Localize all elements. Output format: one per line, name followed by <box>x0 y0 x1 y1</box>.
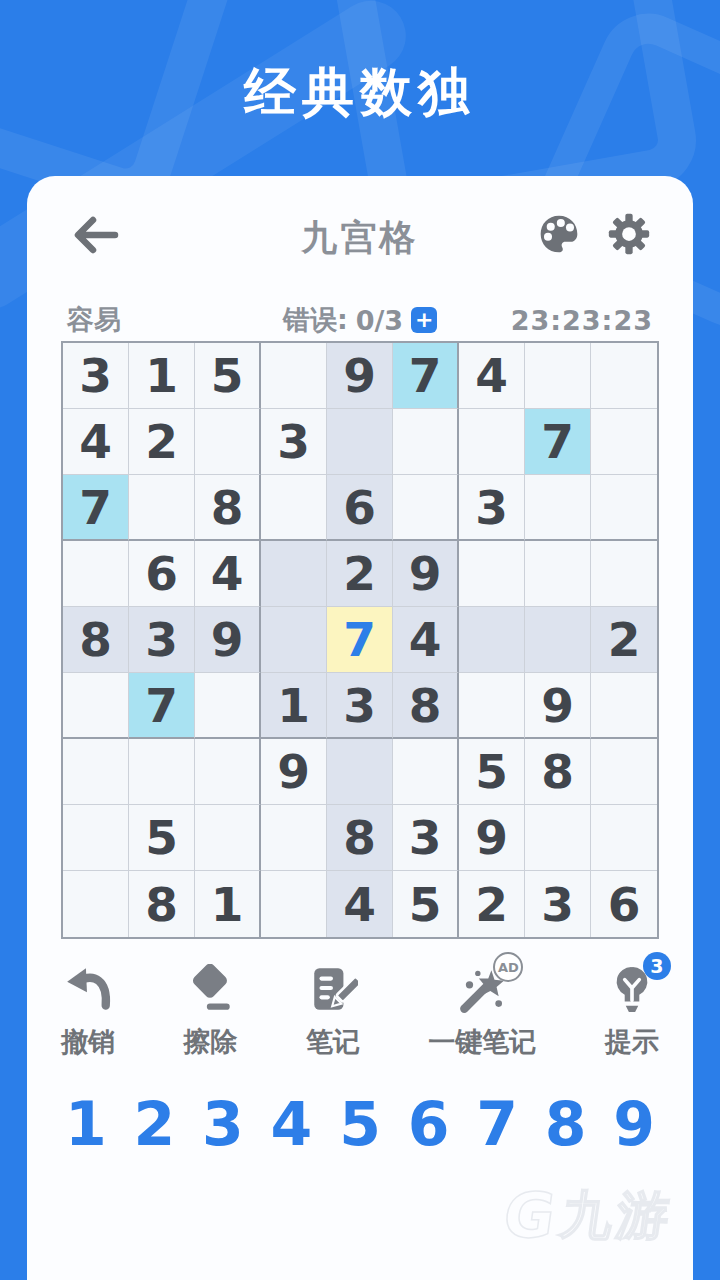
erase-button[interactable]: 擦除 <box>184 964 238 1060</box>
sudoku-cell-r6c9[interactable] <box>591 673 657 739</box>
sudoku-cell-r6c5[interactable]: 3 <box>327 673 393 739</box>
cell-digit: 4 <box>409 612 442 667</box>
cell-digit: 2 <box>343 546 376 601</box>
sudoku-cell-r8c7[interactable]: 9 <box>459 805 525 871</box>
cell-digit: 4 <box>79 414 112 469</box>
sudoku-cell-r1c7[interactable]: 4 <box>459 343 525 409</box>
number-pad: 123456789 <box>65 1094 655 1154</box>
settings-button[interactable] <box>607 212 651 256</box>
ad-badge: AD <box>493 952 523 982</box>
numpad-digit-6[interactable]: 6 <box>408 1094 450 1154</box>
sudoku-grid: 3159744237786364298397427138995858398145… <box>63 343 657 937</box>
sudoku-cell-r2c5[interactable] <box>327 409 393 475</box>
cell-digit: 3 <box>475 480 508 535</box>
game-header: 九宫格 <box>27 206 693 266</box>
hint-count-badge: 3 <box>643 952 671 980</box>
numpad-digit-3[interactable]: 3 <box>202 1094 244 1154</box>
cell-digit: 4 <box>211 546 244 601</box>
erase-label: 擦除 <box>184 1024 238 1060</box>
watermark-text: 九游 <box>556 1181 678 1251</box>
errors-status: 错误: 0/3 + <box>217 302 503 338</box>
cell-digit: 3 <box>541 877 574 932</box>
sudoku-cell-r5c1[interactable]: 8 <box>63 607 129 673</box>
sudoku-cell-r1c4[interactable] <box>261 343 327 409</box>
numpad-digit-9[interactable]: 9 <box>613 1094 655 1154</box>
sudoku-cell-r9c7[interactable]: 2 <box>459 871 525 937</box>
cell-digit: 3 <box>79 348 112 403</box>
sudoku-cell-r6c4[interactable]: 1 <box>261 673 327 739</box>
cell-digit: 6 <box>608 877 641 932</box>
gear-icon <box>607 212 651 256</box>
sudoku-cell-r8c5[interactable]: 8 <box>327 805 393 871</box>
sudoku-cell-r3c5[interactable]: 6 <box>327 475 393 541</box>
sudoku-cell-r6c3[interactable] <box>195 673 261 739</box>
notes-icon <box>308 964 358 1014</box>
sudoku-cell-r4c8[interactable] <box>525 541 591 607</box>
sudoku-board: 3159744237786364298397427138995858398145… <box>61 341 659 939</box>
sudoku-cell-r6c8[interactable]: 9 <box>525 673 591 739</box>
cell-digit: 9 <box>211 612 244 667</box>
status-bar: 容易 错误: 0/3 + 23:23:23 <box>67 302 653 338</box>
sudoku-cell-r2c2[interactable]: 2 <box>129 409 195 475</box>
sudoku-cell-r2c8[interactable]: 7 <box>525 409 591 475</box>
sudoku-cell-r2c3[interactable] <box>195 409 261 475</box>
sudoku-cell-r8c9[interactable] <box>591 805 657 871</box>
niugame-logo-mark: G <box>499 1179 560 1252</box>
cell-digit: 4 <box>343 877 376 932</box>
sudoku-cell-r2c7[interactable] <box>459 409 525 475</box>
sudoku-cell-r7c5[interactable] <box>327 739 393 805</box>
watermark: G 九游 <box>499 1179 678 1252</box>
cell-digit: 8 <box>145 877 178 932</box>
sudoku-cell-r6c2[interactable]: 7 <box>129 673 195 739</box>
sudoku-cell-r5c5[interactable]: 7 <box>327 607 393 673</box>
sudoku-cell-r5c3[interactable]: 9 <box>195 607 261 673</box>
cell-digit: 7 <box>541 414 574 469</box>
hint-label: 提示 <box>605 1024 659 1060</box>
sudoku-cell-r5c8[interactable] <box>525 607 591 673</box>
game-card: 九宫格 <box>27 176 693 1280</box>
undo-label: 撤销 <box>61 1024 115 1060</box>
sudoku-cell-r7c2[interactable] <box>129 739 195 805</box>
cell-digit: 1 <box>277 678 310 733</box>
cell-digit: 2 <box>608 612 641 667</box>
sudoku-cell-r7c6[interactable] <box>393 739 459 805</box>
sudoku-cell-r9c1[interactable] <box>63 871 129 937</box>
cell-digit: 3 <box>343 678 376 733</box>
hint-button[interactable]: 3 提示 <box>605 964 659 1060</box>
sudoku-cell-r5c6[interactable]: 4 <box>393 607 459 673</box>
numpad-digit-7[interactable]: 7 <box>476 1094 518 1154</box>
sudoku-cell-r6c7[interactable] <box>459 673 525 739</box>
sudoku-cell-r3c9[interactable] <box>591 475 657 541</box>
cell-digit: 7 <box>409 348 442 403</box>
sudoku-cell-r9c3[interactable]: 1 <box>195 871 261 937</box>
errors-label: 错误: <box>283 302 348 338</box>
cell-digit: 8 <box>343 810 376 865</box>
sudoku-cell-r1c3[interactable]: 5 <box>195 343 261 409</box>
cell-digit: 2 <box>145 414 178 469</box>
numpad-digit-4[interactable]: 4 <box>271 1094 313 1154</box>
cell-digit: 9 <box>541 678 574 733</box>
eraser-icon <box>186 964 236 1014</box>
sudoku-cell-r7c8[interactable]: 8 <box>525 739 591 805</box>
sudoku-cell-r2c4[interactable]: 3 <box>261 409 327 475</box>
cell-digit: 5 <box>475 744 508 799</box>
sudoku-cell-r4c5[interactable]: 2 <box>327 541 393 607</box>
app-screen: 经典数独 九宫格 <box>0 0 720 1280</box>
toolbar: 撤销 擦除 <box>27 964 693 1060</box>
difficulty-label: 容易 <box>67 302 217 338</box>
sudoku-cell-r9c4[interactable] <box>261 871 327 937</box>
cell-digit: 3 <box>145 612 178 667</box>
sudoku-cell-r4c4[interactable] <box>261 541 327 607</box>
sudoku-cell-r4c2[interactable]: 6 <box>129 541 195 607</box>
sudoku-cell-r8c1[interactable] <box>63 805 129 871</box>
cell-digit: 6 <box>145 546 178 601</box>
timer: 23:23:23 <box>503 305 653 336</box>
cell-digit: 1 <box>145 348 178 403</box>
cell-digit: 7 <box>145 678 178 733</box>
cell-digit: 7 <box>343 612 376 667</box>
sudoku-cell-r8c4[interactable] <box>261 805 327 871</box>
sudoku-cell-r5c9[interactable]: 2 <box>591 607 657 673</box>
undo-icon <box>63 964 113 1014</box>
sudoku-cell-r3c7[interactable]: 3 <box>459 475 525 541</box>
sudoku-cell-r3c1[interactable]: 7 <box>63 475 129 541</box>
numpad-digit-2[interactable]: 2 <box>134 1094 176 1154</box>
sudoku-cell-r8c8[interactable] <box>525 805 591 871</box>
cell-digit: 2 <box>475 877 508 932</box>
cell-digit: 8 <box>409 678 442 733</box>
cell-digit: 8 <box>79 612 112 667</box>
cell-digit: 6 <box>343 480 376 535</box>
sudoku-cell-r9c5[interactable]: 4 <box>327 871 393 937</box>
cell-digit: 7 <box>79 480 112 535</box>
sudoku-cell-r3c4[interactable] <box>261 475 327 541</box>
sudoku-cell-r4c3[interactable]: 4 <box>195 541 261 607</box>
sudoku-cell-r9c6[interactable]: 5 <box>393 871 459 937</box>
cell-digit: 9 <box>343 348 376 403</box>
cell-digit: 9 <box>277 744 310 799</box>
cell-digit: 1 <box>211 877 244 932</box>
cell-digit: 5 <box>211 348 244 403</box>
sudoku-cell-r4c6[interactable]: 9 <box>393 541 459 607</box>
sudoku-cell-r2c6[interactable] <box>393 409 459 475</box>
app-title: 经典数独 <box>0 58 720 128</box>
sudoku-cell-r7c7[interactable]: 5 <box>459 739 525 805</box>
sudoku-cell-r1c2[interactable]: 1 <box>129 343 195 409</box>
auto-notes-button[interactable]: AD 一键笔记 <box>428 964 536 1060</box>
sudoku-cell-r4c9[interactable] <box>591 541 657 607</box>
palette-icon <box>537 212 581 256</box>
numpad-digit-8[interactable]: 8 <box>545 1094 587 1154</box>
sudoku-cell-r6c1[interactable] <box>63 673 129 739</box>
sudoku-cell-r1c6[interactable]: 7 <box>393 343 459 409</box>
notes-button[interactable]: 笔记 <box>306 964 360 1060</box>
sudoku-cell-r5c7[interactable] <box>459 607 525 673</box>
sudoku-cell-r5c2[interactable]: 3 <box>129 607 195 673</box>
numpad-digit-5[interactable]: 5 <box>339 1094 381 1154</box>
notes-label: 笔记 <box>306 1024 360 1060</box>
cell-digit: 3 <box>277 414 310 469</box>
auto-notes-label: 一键笔记 <box>428 1024 536 1060</box>
sudoku-cell-r3c6[interactable] <box>393 475 459 541</box>
sudoku-cell-r8c3[interactable] <box>195 805 261 871</box>
sudoku-cell-r7c4[interactable]: 9 <box>261 739 327 805</box>
undo-button[interactable]: 撤销 <box>61 964 115 1060</box>
sudoku-cell-r8c2[interactable]: 5 <box>129 805 195 871</box>
cell-digit: 5 <box>145 810 178 865</box>
sudoku-cell-r6c6[interactable]: 8 <box>393 673 459 739</box>
sudoku-cell-r3c8[interactable] <box>525 475 591 541</box>
sudoku-cell-r3c3[interactable]: 8 <box>195 475 261 541</box>
sudoku-cell-r2c1[interactable]: 4 <box>63 409 129 475</box>
sudoku-cell-r8c6[interactable]: 3 <box>393 805 459 871</box>
cell-digit: 9 <box>475 810 508 865</box>
cell-digit: 3 <box>409 810 442 865</box>
sudoku-cell-r9c2[interactable]: 8 <box>129 871 195 937</box>
sudoku-cell-r7c1[interactable] <box>63 739 129 805</box>
sudoku-cell-r9c8[interactable]: 3 <box>525 871 591 937</box>
theme-palette-button[interactable] <box>537 212 581 256</box>
cell-digit: 5 <box>409 877 442 932</box>
errors-value: 0/3 <box>356 305 403 336</box>
sudoku-cell-r7c9[interactable] <box>591 739 657 805</box>
sudoku-cell-r2c9[interactable] <box>591 409 657 475</box>
sudoku-cell-r4c7[interactable] <box>459 541 525 607</box>
cell-digit: 8 <box>211 480 244 535</box>
sudoku-cell-r1c9[interactable] <box>591 343 657 409</box>
cell-digit: 8 <box>541 744 574 799</box>
sudoku-cell-r1c1[interactable]: 3 <box>63 343 129 409</box>
add-chances-button[interactable]: + <box>411 307 437 333</box>
sudoku-cell-r3c2[interactable] <box>129 475 195 541</box>
sudoku-cell-r4c1[interactable] <box>63 541 129 607</box>
sudoku-cell-r7c3[interactable] <box>195 739 261 805</box>
cell-digit: 9 <box>409 546 442 601</box>
cell-digit: 4 <box>475 348 508 403</box>
sudoku-cell-r9c9[interactable]: 6 <box>591 871 657 937</box>
sudoku-cell-r5c4[interactable] <box>261 607 327 673</box>
sudoku-cell-r1c8[interactable] <box>525 343 591 409</box>
sudoku-cell-r1c5[interactable]: 9 <box>327 343 393 409</box>
numpad-digit-1[interactable]: 1 <box>65 1094 107 1154</box>
